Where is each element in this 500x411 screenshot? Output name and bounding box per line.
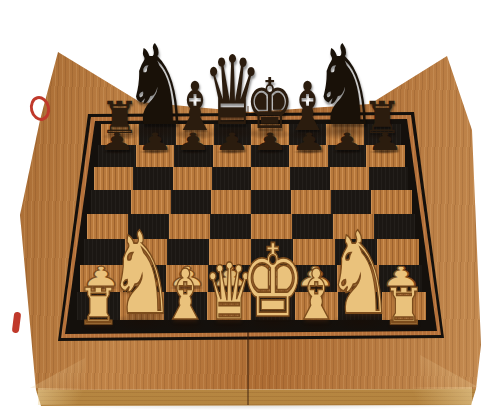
front-joint-right <box>392 387 472 405</box>
piece-black-pawn-h7: ♟ <box>367 130 403 154</box>
square-d6 <box>212 167 251 190</box>
chess-set-photo[interactable]: ♜♞♝♛♚♝♞♜♟♟♟♟♟♟♟♟♟♟♟♟♟♟♟♟♜♞♝♛♚♝♞♜ <box>0 0 500 411</box>
red-tassel-end <box>12 312 22 334</box>
black-pawn-glyph: ♟ <box>252 130 288 154</box>
white-rook-glyph: ♜ <box>382 281 425 331</box>
black-pawn-glyph: ♟ <box>329 130 365 154</box>
black-pawn-glyph: ♟ <box>290 130 326 154</box>
square-e5 <box>251 190 291 214</box>
square-a6 <box>94 167 133 190</box>
square-c5 <box>171 190 211 214</box>
square-h6 <box>369 167 408 190</box>
piece-black-pawn-g7: ♟ <box>329 130 365 154</box>
piece-black-pawn-c7: ♟ <box>175 130 211 154</box>
piece-black-pawn-f7: ♟ <box>290 130 326 154</box>
square-d5 <box>211 190 251 214</box>
fold-seam <box>247 332 249 405</box>
piece-black-pawn-a7: ♟ <box>99 130 135 154</box>
piece-black-pawn-b7: ♟ <box>137 130 173 154</box>
piece-black-pawn-d7: ♟ <box>214 130 250 154</box>
square-g6 <box>330 167 369 190</box>
square-f6 <box>290 167 329 190</box>
square-e6 <box>251 167 290 190</box>
black-pawn-glyph: ♟ <box>367 130 403 154</box>
front-joint-left <box>38 388 98 405</box>
black-pawn-glyph: ♟ <box>214 130 250 154</box>
black-pawn-glyph: ♟ <box>99 130 135 154</box>
piece-white-rook-h1: ♜ <box>382 281 425 331</box>
black-pawn-glyph: ♟ <box>137 130 173 154</box>
black-pawn-glyph: ♟ <box>175 130 211 154</box>
square-b6 <box>133 167 172 190</box>
piece-black-pawn-e7: ♟ <box>252 130 288 154</box>
board-rank-6 <box>94 167 408 190</box>
square-c6 <box>173 167 212 190</box>
